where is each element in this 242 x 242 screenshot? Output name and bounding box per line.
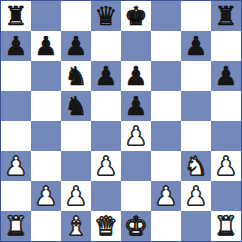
square-d7[interactable]	[91, 31, 121, 61]
square-f5[interactable]	[151, 91, 181, 121]
square-d8[interactable]: ♛	[91, 1, 121, 31]
white-pawn-g2[interactable]: ♟	[184, 181, 207, 211]
black-rook-h8[interactable]: ♜	[214, 1, 237, 31]
black-pawn-b7[interactable]: ♟	[34, 31, 57, 61]
square-b8[interactable]	[31, 1, 61, 31]
square-g6[interactable]	[181, 61, 211, 91]
square-g5[interactable]	[181, 91, 211, 121]
square-e6[interactable]: ♟	[121, 61, 151, 91]
square-e3[interactable]	[121, 151, 151, 181]
square-e4[interactable]: ♟	[121, 121, 151, 151]
black-pawn-e5[interactable]: ♟	[124, 91, 147, 121]
square-f7[interactable]	[151, 31, 181, 61]
square-e5[interactable]: ♟	[121, 91, 151, 121]
black-pawn-a7[interactable]: ♟	[4, 31, 27, 61]
black-knight-c6[interactable]: ♞	[64, 61, 87, 91]
square-d5[interactable]	[91, 91, 121, 121]
square-b6[interactable]	[31, 61, 61, 91]
black-pawn-c7[interactable]: ♟	[64, 31, 87, 61]
square-g2[interactable]: ♟	[181, 181, 211, 211]
square-h2[interactable]	[211, 181, 241, 211]
square-g1[interactable]	[181, 211, 211, 241]
square-c2[interactable]: ♟	[61, 181, 91, 211]
black-pawn-d6[interactable]: ♟	[94, 61, 117, 91]
square-a5[interactable]	[1, 91, 31, 121]
square-g8[interactable]	[181, 1, 211, 31]
square-a1[interactable]: ♜	[1, 211, 31, 241]
square-f8[interactable]	[151, 1, 181, 31]
white-rook-h1[interactable]: ♜	[214, 211, 237, 241]
square-b1[interactable]	[31, 211, 61, 241]
chess-board: ♜♛♚♜♟♟♟♟♞♟♟♟♞♟♟♟♟♞♟♟♟♟♟♜♝♛♚♜	[1, 1, 241, 241]
white-king-e1[interactable]: ♚	[124, 211, 147, 241]
square-a7[interactable]: ♟	[1, 31, 31, 61]
square-h7[interactable]	[211, 31, 241, 61]
square-b5[interactable]	[31, 91, 61, 121]
square-f3[interactable]	[151, 151, 181, 181]
square-e1[interactable]: ♚	[121, 211, 151, 241]
square-g7[interactable]: ♟	[181, 31, 211, 61]
square-c7[interactable]: ♟	[61, 31, 91, 61]
black-rook-a8[interactable]: ♜	[4, 1, 27, 31]
white-rook-a1[interactable]: ♜	[4, 211, 27, 241]
white-knight-g3[interactable]: ♞	[184, 151, 207, 181]
square-h8[interactable]: ♜	[211, 1, 241, 31]
white-queen-d1[interactable]: ♛	[94, 211, 117, 241]
square-h4[interactable]	[211, 121, 241, 151]
square-c3[interactable]	[61, 151, 91, 181]
square-f4[interactable]	[151, 121, 181, 151]
square-h5[interactable]	[211, 91, 241, 121]
white-pawn-e4[interactable]: ♟	[124, 121, 147, 151]
black-pawn-h6[interactable]: ♟	[214, 61, 237, 91]
square-c5[interactable]: ♞	[61, 91, 91, 121]
black-pawn-g7[interactable]: ♟	[184, 31, 207, 61]
square-a2[interactable]	[1, 181, 31, 211]
white-pawn-b2[interactable]: ♟	[34, 181, 57, 211]
square-a4[interactable]	[1, 121, 31, 151]
square-h1[interactable]: ♜	[211, 211, 241, 241]
square-f2[interactable]: ♟	[151, 181, 181, 211]
chess-board-frame: ♜♛♚♜♟♟♟♟♞♟♟♟♞♟♟♟♟♞♟♟♟♟♟♜♝♛♚♜	[0, 0, 242, 242]
square-c8[interactable]	[61, 1, 91, 31]
square-a6[interactable]	[1, 61, 31, 91]
square-e2[interactable]	[121, 181, 151, 211]
black-king-e8[interactable]: ♚	[124, 1, 147, 31]
square-e8[interactable]: ♚	[121, 1, 151, 31]
square-b4[interactable]	[31, 121, 61, 151]
square-c6[interactable]: ♞	[61, 61, 91, 91]
white-pawn-h3[interactable]: ♟	[214, 151, 237, 181]
white-pawn-f2[interactable]: ♟	[154, 181, 177, 211]
square-a8[interactable]: ♜	[1, 1, 31, 31]
square-d2[interactable]	[91, 181, 121, 211]
square-d4[interactable]	[91, 121, 121, 151]
square-g4[interactable]	[181, 121, 211, 151]
square-h6[interactable]: ♟	[211, 61, 241, 91]
square-b7[interactable]: ♟	[31, 31, 61, 61]
square-d1[interactable]: ♛	[91, 211, 121, 241]
square-d3[interactable]: ♟	[91, 151, 121, 181]
square-b3[interactable]	[31, 151, 61, 181]
square-c4[interactable]	[61, 121, 91, 151]
square-c1[interactable]: ♝	[61, 211, 91, 241]
white-pawn-a3[interactable]: ♟	[4, 151, 27, 181]
black-knight-c5[interactable]: ♞	[64, 91, 87, 121]
black-queen-d8[interactable]: ♛	[94, 1, 117, 31]
white-pawn-d3[interactable]: ♟	[94, 151, 117, 181]
square-f1[interactable]	[151, 211, 181, 241]
white-pawn-c2[interactable]: ♟	[64, 181, 87, 211]
square-b2[interactable]: ♟	[31, 181, 61, 211]
square-e7[interactable]	[121, 31, 151, 61]
square-g3[interactable]: ♞	[181, 151, 211, 181]
square-d6[interactable]: ♟	[91, 61, 121, 91]
white-bishop-c1[interactable]: ♝	[64, 211, 87, 241]
square-h3[interactable]: ♟	[211, 151, 241, 181]
square-a3[interactable]: ♟	[1, 151, 31, 181]
square-f6[interactable]	[151, 61, 181, 91]
black-pawn-e6[interactable]: ♟	[124, 61, 147, 91]
